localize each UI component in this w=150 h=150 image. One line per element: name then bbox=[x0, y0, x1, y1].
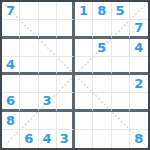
given-digit: 1 bbox=[79, 4, 88, 17]
cell-r7c6[interactable] bbox=[93, 112, 111, 130]
cell-r6c8[interactable] bbox=[130, 93, 148, 111]
cell-r3c7[interactable] bbox=[112, 39, 130, 57]
cell-r2c1[interactable] bbox=[2, 20, 20, 38]
cell-r2c2[interactable] bbox=[20, 20, 38, 38]
cell-r1c5[interactable]: 1 bbox=[75, 2, 93, 20]
cell-r4c4[interactable] bbox=[57, 57, 75, 75]
cell-r4c1[interactable]: 4 bbox=[2, 57, 20, 75]
cell-r6c5[interactable] bbox=[75, 93, 93, 111]
cell-r7c8[interactable] bbox=[130, 112, 148, 130]
given-digit: 8 bbox=[134, 132, 143, 145]
cell-r8c6[interactable] bbox=[93, 130, 111, 148]
given-digit: 8 bbox=[97, 4, 106, 17]
cell-r6c1[interactable]: 6 bbox=[2, 93, 20, 111]
given-digit: 3 bbox=[60, 132, 69, 145]
cell-r8c2[interactable]: 6 bbox=[20, 130, 38, 148]
cell-r6c4[interactable] bbox=[57, 93, 75, 111]
given-digit: 7 bbox=[6, 4, 15, 17]
cell-r5c4[interactable] bbox=[57, 75, 75, 93]
cell-r7c1[interactable]: 8 bbox=[2, 112, 20, 130]
cell-r3c5[interactable] bbox=[75, 39, 93, 57]
cell-r7c5[interactable] bbox=[75, 112, 93, 130]
cell-r4c7[interactable] bbox=[112, 57, 130, 75]
cell-r8c4[interactable]: 3 bbox=[57, 130, 75, 148]
cell-r5c5[interactable] bbox=[75, 75, 93, 93]
cell-r1c6[interactable]: 8 bbox=[93, 2, 111, 20]
cell-r4c8[interactable] bbox=[130, 57, 148, 75]
cell-r4c6[interactable] bbox=[93, 57, 111, 75]
cell-r4c5[interactable] bbox=[75, 57, 93, 75]
cell-r1c8[interactable] bbox=[130, 2, 148, 20]
given-digit: 2 bbox=[134, 77, 143, 90]
given-digit: 6 bbox=[6, 94, 15, 107]
given-digit: 4 bbox=[43, 132, 52, 145]
cell-r3c6[interactable]: 5 bbox=[93, 39, 111, 57]
cell-r7c7[interactable] bbox=[112, 112, 130, 130]
cell-r3c3[interactable] bbox=[39, 39, 57, 57]
cell-r1c1[interactable]: 7 bbox=[2, 2, 20, 20]
cell-r5c6[interactable] bbox=[93, 75, 111, 93]
sudoku-board: 7185754426386438 bbox=[0, 0, 150, 150]
given-digit: 5 bbox=[116, 4, 125, 17]
cell-r2c4[interactable] bbox=[57, 20, 75, 38]
cell-r7c2[interactable] bbox=[20, 112, 38, 130]
given-digit: 4 bbox=[6, 58, 15, 71]
cell-r8c7[interactable] bbox=[112, 130, 130, 148]
cell-r6c7[interactable] bbox=[112, 93, 130, 111]
given-digit: 6 bbox=[24, 132, 33, 145]
given-digit: 4 bbox=[134, 41, 143, 54]
cell-r2c7[interactable] bbox=[112, 20, 130, 38]
cell-r7c4[interactable] bbox=[57, 112, 75, 130]
cell-r6c3[interactable]: 3 bbox=[39, 93, 57, 111]
cell-r5c7[interactable] bbox=[112, 75, 130, 93]
cell-r2c6[interactable] bbox=[93, 20, 111, 38]
cell-r1c4[interactable] bbox=[57, 2, 75, 20]
cell-r5c3[interactable] bbox=[39, 75, 57, 93]
cell-r5c1[interactable] bbox=[2, 75, 20, 93]
cell-r5c8[interactable]: 2 bbox=[130, 75, 148, 93]
cell-r3c8[interactable]: 4 bbox=[130, 39, 148, 57]
cell-r2c8[interactable]: 7 bbox=[130, 20, 148, 38]
given-digit: 5 bbox=[97, 41, 106, 54]
cell-r6c2[interactable] bbox=[20, 93, 38, 111]
cell-r7c3[interactable] bbox=[39, 112, 57, 130]
sudoku-grid: 7185754426386438 bbox=[2, 2, 148, 148]
cell-r4c2[interactable] bbox=[20, 57, 38, 75]
cell-r1c2[interactable] bbox=[20, 2, 38, 20]
cell-r2c3[interactable] bbox=[39, 20, 57, 38]
given-digit: 3 bbox=[43, 94, 52, 107]
cell-r8c3[interactable]: 4 bbox=[39, 130, 57, 148]
cell-r3c4[interactable] bbox=[57, 39, 75, 57]
given-digit: 8 bbox=[6, 114, 15, 127]
cell-r8c1[interactable] bbox=[2, 130, 20, 148]
cell-r4c3[interactable] bbox=[39, 57, 57, 75]
cell-r1c3[interactable] bbox=[39, 2, 57, 20]
cell-r6c6[interactable] bbox=[93, 93, 111, 111]
cell-r8c5[interactable] bbox=[75, 130, 93, 148]
given-digit: 7 bbox=[134, 21, 143, 34]
cell-r5c2[interactable] bbox=[20, 75, 38, 93]
cell-r2c5[interactable] bbox=[75, 20, 93, 38]
cell-r8c8[interactable]: 8 bbox=[130, 130, 148, 148]
cell-r1c7[interactable]: 5 bbox=[112, 2, 130, 20]
cell-r3c2[interactable] bbox=[20, 39, 38, 57]
cell-r3c1[interactable] bbox=[2, 39, 20, 57]
